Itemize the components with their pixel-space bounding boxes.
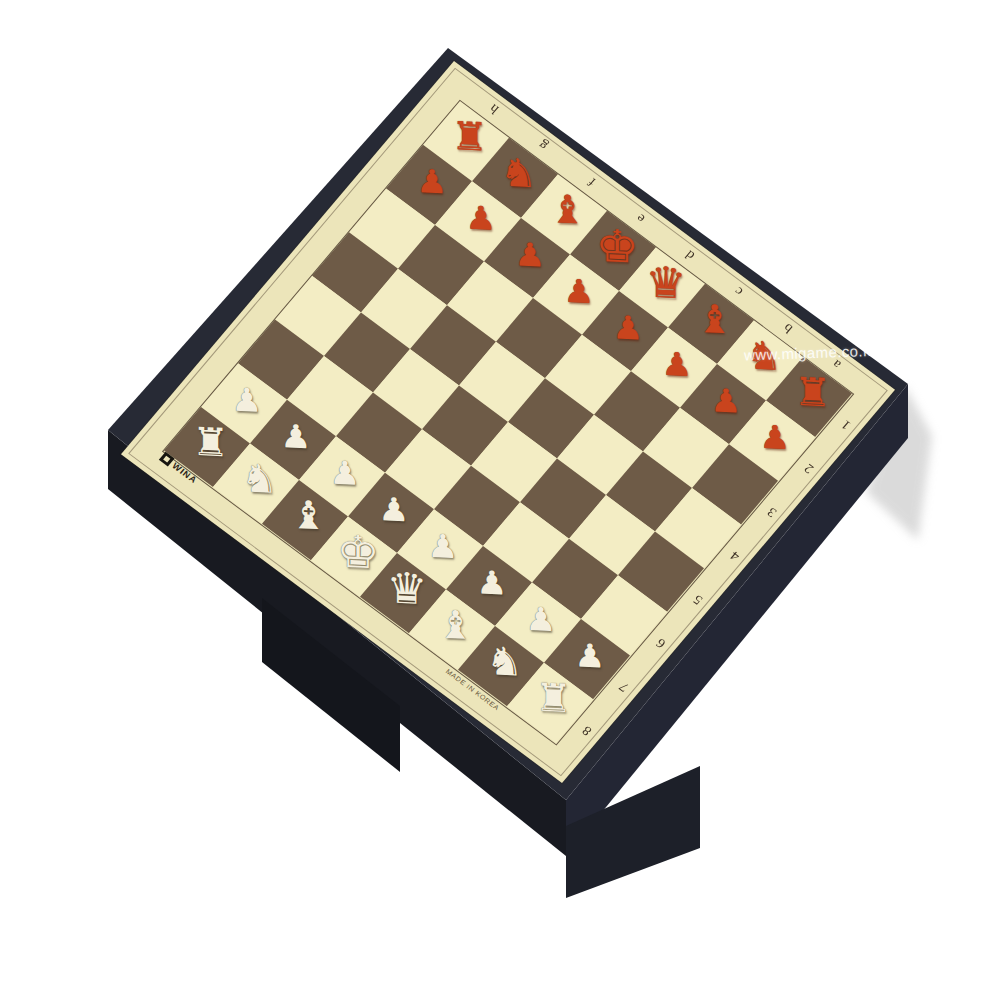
piece-red-rook-h1[interactable]: ♜ <box>451 117 489 158</box>
piece-red-knight-g1[interactable]: ♞ <box>500 153 538 194</box>
piece-ivory-bishop-c8[interactable]: ♝ <box>437 605 475 646</box>
piece-ivory-pawn-f7[interactable]: ♟ <box>329 456 360 490</box>
piece-ivory-queen-d8[interactable]: ♛ <box>386 566 427 611</box>
piece-ivory-knight-b8[interactable]: ♞ <box>486 642 524 683</box>
piece-red-pawn-d2[interactable]: ♟ <box>612 311 643 345</box>
piece-red-bishop-f1[interactable]: ♝ <box>549 190 587 231</box>
piece-ivory-pawn-e7[interactable]: ♟ <box>378 493 409 527</box>
piece-red-pawn-f2[interactable]: ♟ <box>514 238 545 272</box>
piece-ivory-king-e8[interactable]: ♚ <box>336 529 379 576</box>
piece-ivory-rook-a8[interactable]: ♜ <box>535 678 573 719</box>
piece-red-queen-d1[interactable]: ♛ <box>645 261 686 306</box>
piece-ivory-pawn-d7[interactable]: ♟ <box>427 529 458 563</box>
piece-ivory-pawn-g7[interactable]: ♟ <box>280 420 311 454</box>
piece-red-king-e1[interactable]: ♚ <box>595 223 638 270</box>
piece-ivory-pawn-a7[interactable]: ♟ <box>574 639 605 673</box>
piece-red-pawn-b2[interactable]: ♟ <box>710 384 741 418</box>
piece-ivory-pawn-b7[interactable]: ♟ <box>525 602 556 636</box>
piece-ivory-bishop-f8[interactable]: ♝ <box>290 496 328 537</box>
piece-red-pawn-a2[interactable]: ♟ <box>759 420 790 454</box>
piece-red-bishop-c1[interactable]: ♝ <box>696 299 734 340</box>
piece-ivory-pawn-c7[interactable]: ♟ <box>476 566 507 600</box>
piece-ivory-pawn-h7[interactable]: ♟ <box>231 383 262 417</box>
piece-red-pawn-g2[interactable]: ♟ <box>465 201 496 235</box>
piece-red-pawn-e2[interactable]: ♟ <box>563 274 594 308</box>
piece-red-rook-a1[interactable]: ♜ <box>794 373 832 414</box>
piece-red-pawn-h2[interactable]: ♟ <box>416 165 447 199</box>
piece-ivory-knight-g8[interactable]: ♞ <box>241 459 279 500</box>
product-photo-stage: hgfedcba♜♞♝♚♛♝♞♜1♟♟♟♟♟♟♟♟23456♟♟♟♟♟♟♟♟7♜… <box>0 0 1000 1000</box>
piece-ivory-rook-h8[interactable]: ♜ <box>192 422 230 463</box>
piece-red-pawn-c2[interactable]: ♟ <box>661 347 692 381</box>
